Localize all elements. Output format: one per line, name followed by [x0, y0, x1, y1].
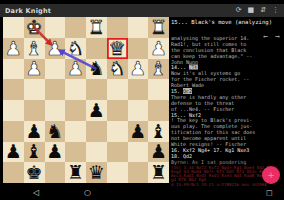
square-g3[interactable]: ♟ [24, 59, 45, 80]
piece-black-knight: ♞ [88, 59, 105, 78]
square-e5[interactable] [65, 100, 86, 121]
square-a4[interactable] [148, 79, 169, 100]
piece-white-pawn: ♟ [129, 59, 146, 78]
square-e7[interactable] [65, 142, 86, 163]
square-e4[interactable] [65, 79, 86, 100]
square-f1[interactable] [45, 17, 66, 38]
piece-white-pawn: ♟ [46, 39, 63, 58]
square-c8[interactable] [107, 162, 128, 183]
square-d3[interactable]: ♞ [86, 59, 107, 80]
piece-black-king: ♚ [26, 163, 43, 182]
square-h2[interactable]: ♟ [3, 38, 24, 59]
square-e2[interactable]: ♞ [65, 38, 86, 59]
square-e6[interactable] [65, 121, 86, 142]
piece-black-pawn: ♟ [5, 142, 22, 161]
piece-black-knight: ♞ [46, 122, 63, 141]
square-c2[interactable]: ♛ [107, 38, 128, 59]
square-h1[interactable] [3, 17, 24, 38]
square-a5[interactable] [148, 100, 169, 121]
square-c1[interactable] [107, 17, 128, 38]
square-g6[interactable]: ♟ [24, 121, 45, 142]
piece-black-rook: ♜ [67, 163, 84, 182]
square-b2[interactable] [128, 38, 149, 59]
piece-black-bishop: ♝ [26, 142, 43, 161]
square-b7[interactable] [128, 142, 149, 163]
piece-white-pawn: ♟ [67, 59, 84, 78]
piece-black-pawn: ♟ [129, 122, 146, 141]
square-g8[interactable]: ♚ [24, 162, 45, 183]
square-f7[interactable]: ♟ [45, 142, 66, 163]
square-c3[interactable]: ♞ [107, 59, 128, 80]
square-d6[interactable] [86, 121, 107, 142]
square-g5[interactable] [24, 100, 45, 121]
square-d8[interactable]: ♛ [86, 162, 107, 183]
square-b8[interactable] [128, 162, 149, 183]
square-g4[interactable] [24, 79, 45, 100]
square-f5[interactable] [45, 100, 66, 121]
piece-white-queen: ♛ [109, 39, 126, 58]
piece-white-pawn: ♟ [150, 39, 167, 58]
square-h8[interactable] [3, 162, 24, 183]
back-button[interactable]: ◁ [33, 188, 39, 197]
piece-white-knight: ♞ [109, 59, 126, 78]
square-h7[interactable]: ♟ [3, 142, 24, 163]
square-b5[interactable] [128, 100, 149, 121]
piece-black-pawn: ♟ [150, 142, 167, 161]
piece-white-bishop: ♝ [26, 39, 43, 58]
square-c6[interactable] [107, 121, 128, 142]
piece-white-rook: ♜ [88, 18, 105, 37]
square-h6[interactable] [3, 121, 24, 142]
piece-black-pawn: ♟ [26, 122, 43, 141]
piece-white-pawn: ♟ [5, 39, 22, 58]
android-nav-bar: ◁ ○ □ [0, 186, 284, 200]
square-a3[interactable]: ♝ [148, 59, 169, 80]
square-a1[interactable]: ♜ [148, 17, 169, 38]
square-h3[interactable] [3, 59, 24, 80]
piece-black-pawn: ♟ [88, 101, 105, 120]
square-g1[interactable]: ♚ [24, 17, 45, 38]
app-title: Dark Knight [5, 7, 51, 15]
piece-white-pawn: ♟ [26, 59, 43, 78]
piece-white-knight: ♞ [67, 39, 84, 58]
square-e1[interactable] [65, 17, 86, 38]
square-f3[interactable] [45, 59, 66, 80]
square-d1[interactable]: ♜ [86, 17, 107, 38]
square-d4[interactable] [86, 79, 107, 100]
plus-icon: + [267, 171, 275, 180]
home-button[interactable]: ○ [84, 188, 91, 197]
piece-black-queen: ♛ [88, 163, 105, 182]
square-c4[interactable] [107, 79, 128, 100]
square-a6[interactable]: ♝ [148, 121, 169, 142]
piece-white-rook: ♜ [150, 18, 167, 37]
square-c5[interactable] [107, 100, 128, 121]
square-b1[interactable] [128, 17, 149, 38]
piece-black-pawn: ♟ [46, 142, 63, 161]
move-navigation: ← → [263, 33, 280, 41]
annotation-list: analysing the superior 14.Rad1!, but sti… [171, 36, 282, 187]
piece-black-bishop: ♝ [150, 122, 167, 141]
square-f8[interactable] [45, 162, 66, 183]
square-a2[interactable]: ♟ [148, 38, 169, 59]
square-e8[interactable]: ♜ [65, 162, 86, 183]
square-g7[interactable]: ♝ [24, 142, 45, 163]
square-c7[interactable] [107, 142, 128, 163]
square-d7[interactable] [86, 142, 107, 163]
square-a8[interactable]: ♜ [148, 162, 169, 183]
square-b6[interactable]: ♟ [128, 121, 149, 142]
piece-black-rook: ♜ [150, 163, 167, 182]
square-f6[interactable]: ♞ [45, 121, 66, 142]
next-move-button[interactable]: → [275, 33, 280, 41]
square-f4[interactable] [45, 79, 66, 100]
square-h4[interactable] [3, 79, 24, 100]
square-g2[interactable]: ♝ [24, 38, 45, 59]
annotation-panel: 15... Black's move (analyzing) ← → analy… [171, 16, 282, 189]
piece-white-king: ♚ [26, 18, 43, 37]
square-d5[interactable]: ♟ [86, 100, 107, 121]
board[interactable]: ♚♜♜♟♝♟♞♛♟♟♟♞♞♟♝♟♟♞♟♝♟♝♟♟♚♜♛♜ [3, 17, 169, 183]
prev-move-button[interactable]: ← [263, 33, 268, 41]
app-screen: Dark Knight ⟳ ■ ⇵ ⋮ ♚♜♜♟♝♟♞♛♟♟♟♞♞♟♝♟♟♞♟♝… [0, 0, 284, 200]
square-b4[interactable] [128, 79, 149, 100]
square-h5[interactable] [3, 100, 24, 121]
fab-button[interactable]: + [262, 166, 280, 184]
square-f2[interactable]: ♟ [45, 38, 66, 59]
square-b3[interactable]: ♟ [128, 59, 149, 80]
square-a7[interactable]: ♟ [148, 142, 169, 163]
recents-button[interactable]: □ [266, 189, 273, 197]
piece-white-bishop: ♝ [150, 59, 167, 78]
move-status-header: 15... Black's move (analyzing) [171, 19, 282, 26]
square-e3[interactable]: ♟ [65, 59, 86, 80]
square-d2[interactable] [86, 38, 107, 59]
